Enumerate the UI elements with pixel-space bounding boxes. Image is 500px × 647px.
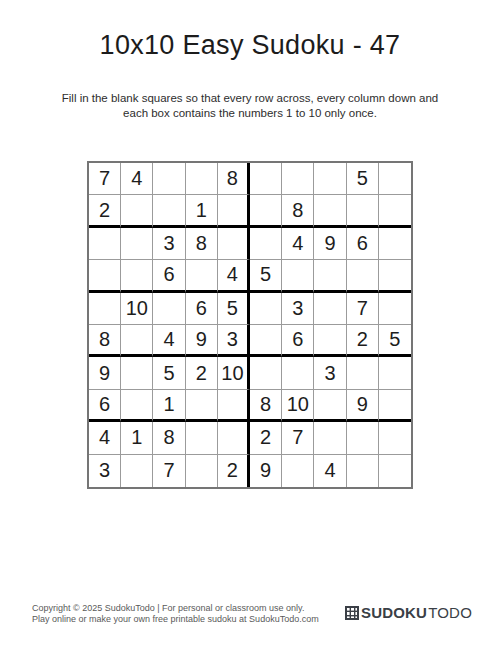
cell-r10c6: 9: [250, 455, 282, 487]
cell-r7c5: 10: [218, 357, 250, 389]
cell-r6c2[interactable]: [121, 325, 153, 357]
cell-r1c4[interactable]: [186, 163, 218, 195]
copyright-line2: Play online or make your own free printa…: [32, 614, 319, 625]
cell-r10c1: 3: [89, 455, 121, 487]
cell-r9c1: 4: [89, 422, 121, 454]
cell-r2c2[interactable]: [121, 195, 153, 227]
cell-r6c6[interactable]: [250, 325, 282, 357]
cell-r2c10[interactable]: [379, 195, 411, 227]
instructions-line1: Fill in the blank squares so that every …: [62, 92, 439, 104]
cell-r10c4[interactable]: [186, 455, 218, 487]
sudoku-grid-icon: [345, 606, 359, 620]
cell-r1c8[interactable]: [314, 163, 346, 195]
cell-r1c1: 7: [89, 163, 121, 195]
cell-r6c8[interactable]: [314, 325, 346, 357]
cell-r3c3: 3: [153, 228, 185, 260]
cell-r6c1: 8: [89, 325, 121, 357]
cell-r1c5: 8: [218, 163, 250, 195]
page-title: 10x10 Easy Sudoku - 47: [0, 30, 500, 61]
cell-r9c3: 8: [153, 422, 185, 454]
instructions: Fill in the blank squares so that every …: [0, 91, 500, 121]
cell-r5c1[interactable]: [89, 293, 121, 325]
copyright: Copyright © 2025 SudokuTodo | For person…: [32, 603, 319, 624]
cell-r10c3: 7: [153, 455, 185, 487]
cell-r5c2: 10: [121, 293, 153, 325]
cell-r2c8[interactable]: [314, 195, 346, 227]
cell-r9c2: 1: [121, 422, 153, 454]
cell-r5c3[interactable]: [153, 293, 185, 325]
cell-r8c2[interactable]: [121, 390, 153, 422]
cell-r8c8[interactable]: [314, 390, 346, 422]
cell-r7c8: 3: [314, 357, 346, 389]
cell-r3c1[interactable]: [89, 228, 121, 260]
cell-r7c1: 9: [89, 357, 121, 389]
cell-r3c4: 8: [186, 228, 218, 260]
cell-r2c9[interactable]: [347, 195, 379, 227]
cell-r3c5[interactable]: [218, 228, 250, 260]
cell-r8c6: 8: [250, 390, 282, 422]
cell-r4c2[interactable]: [121, 260, 153, 292]
cell-r8c1: 6: [89, 390, 121, 422]
cell-r1c2: 4: [121, 163, 153, 195]
cell-r4c9[interactable]: [347, 260, 379, 292]
cell-r5c5: 5: [218, 293, 250, 325]
cell-r7c7[interactable]: [282, 357, 314, 389]
cell-r10c7[interactable]: [282, 455, 314, 487]
cell-r4c4[interactable]: [186, 260, 218, 292]
cell-r4c8[interactable]: [314, 260, 346, 292]
cell-r8c5[interactable]: [218, 390, 250, 422]
cell-r3c2[interactable]: [121, 228, 153, 260]
cell-r9c9[interactable]: [347, 422, 379, 454]
cell-r5c9: 7: [347, 293, 379, 325]
cell-r4c6: 5: [250, 260, 282, 292]
cell-r7c2[interactable]: [121, 357, 153, 389]
cell-r4c7[interactable]: [282, 260, 314, 292]
footer: Copyright © 2025 SudokuTodo | For person…: [32, 603, 472, 624]
cell-r9c7: 7: [282, 422, 314, 454]
cell-r3c10[interactable]: [379, 228, 411, 260]
cell-r5c4: 6: [186, 293, 218, 325]
cell-r4c1[interactable]: [89, 260, 121, 292]
cell-r5c6[interactable]: [250, 293, 282, 325]
cell-r7c6[interactable]: [250, 357, 282, 389]
cell-r1c3[interactable]: [153, 163, 185, 195]
cell-r7c3: 5: [153, 357, 185, 389]
cell-r9c6: 2: [250, 422, 282, 454]
instructions-line2: each box contains the numbers 1 to 10 on…: [123, 107, 377, 119]
sudokutodo-logo: SUDOKUTODO: [345, 604, 472, 621]
cell-r2c3[interactable]: [153, 195, 185, 227]
cell-r7c9[interactable]: [347, 357, 379, 389]
cell-r1c7[interactable]: [282, 163, 314, 195]
cell-r8c4[interactable]: [186, 390, 218, 422]
cell-r10c9[interactable]: [347, 455, 379, 487]
cell-r3c8: 9: [314, 228, 346, 260]
page: 10x10 Easy Sudoku - 47 Fill in the blank…: [0, 0, 500, 647]
cell-r10c5: 2: [218, 455, 250, 487]
cell-r3c6[interactable]: [250, 228, 282, 260]
cell-r5c7: 3: [282, 293, 314, 325]
logo-text-todo: TODO: [428, 604, 472, 621]
cell-r7c10[interactable]: [379, 357, 411, 389]
cell-r2c4: 1: [186, 195, 218, 227]
cell-r6c4: 9: [186, 325, 218, 357]
cell-r1c6[interactable]: [250, 163, 282, 195]
cell-r9c10[interactable]: [379, 422, 411, 454]
cell-r10c2[interactable]: [121, 455, 153, 487]
cell-r4c5: 4: [218, 260, 250, 292]
cell-r6c7: 6: [282, 325, 314, 357]
cell-r5c8[interactable]: [314, 293, 346, 325]
cell-r9c5[interactable]: [218, 422, 250, 454]
cell-r4c10[interactable]: [379, 260, 411, 292]
cell-r10c10[interactable]: [379, 455, 411, 487]
cell-r3c7: 4: [282, 228, 314, 260]
cell-r6c3: 4: [153, 325, 185, 357]
cell-r3c9: 6: [347, 228, 379, 260]
cell-r2c6[interactable]: [250, 195, 282, 227]
cell-r2c7: 8: [282, 195, 314, 227]
cell-r10c8: 4: [314, 455, 346, 487]
logo-text-sudoku: SUDOKU: [361, 604, 427, 621]
cell-r6c10: 5: [379, 325, 411, 357]
cell-r9c8[interactable]: [314, 422, 346, 454]
cell-r2c5[interactable]: [218, 195, 250, 227]
cell-r8c7: 10: [282, 390, 314, 422]
cell-r2c1: 2: [89, 195, 121, 227]
cell-r1c9: 5: [347, 163, 379, 195]
cell-r9c4[interactable]: [186, 422, 218, 454]
copyright-line1: Copyright © 2025 SudokuTodo | For person…: [32, 603, 319, 614]
cell-r6c9: 2: [347, 325, 379, 357]
sudoku-board: 7485218384966451065378493625952103618109…: [87, 161, 413, 489]
cell-r8c9: 9: [347, 390, 379, 422]
cell-r6c5: 3: [218, 325, 250, 357]
cell-r1c10[interactable]: [379, 163, 411, 195]
cell-r7c4: 2: [186, 357, 218, 389]
cell-r4c3: 6: [153, 260, 185, 292]
cell-r8c10[interactable]: [379, 390, 411, 422]
cell-r8c3: 1: [153, 390, 185, 422]
cell-r5c10[interactable]: [379, 293, 411, 325]
